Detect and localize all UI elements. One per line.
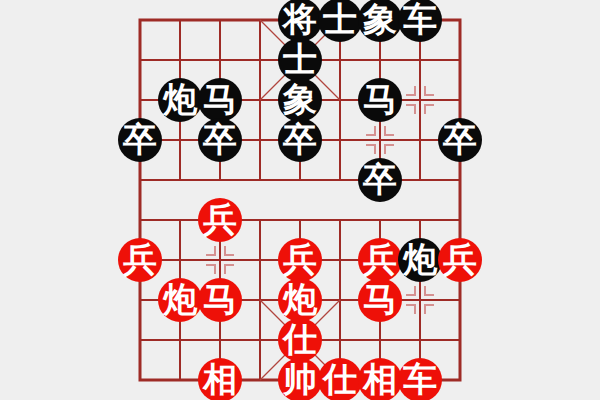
piece-black-horse[interactable]: 马: [358, 78, 402, 122]
piece-red-chariot[interactable]: 车: [398, 358, 442, 400]
piece-black-general[interactable]: 将: [278, 0, 322, 42]
piece-black-elephant[interactable]: 象: [358, 0, 402, 42]
piece-red-elephant[interactable]: 相: [358, 358, 402, 400]
piece-black-advisor[interactable]: 士: [278, 38, 322, 82]
piece-black-cannon[interactable]: 炮: [398, 238, 442, 282]
piece-black-advisor[interactable]: 士: [318, 0, 362, 42]
piece-black-horse[interactable]: 马: [198, 78, 242, 122]
piece-red-advisor[interactable]: 仕: [318, 358, 362, 400]
piece-black-elephant[interactable]: 象: [278, 78, 322, 122]
piece-red-cannon[interactable]: 炮: [278, 278, 322, 322]
piece-black-soldier[interactable]: 卒: [278, 118, 322, 162]
piece-red-soldier[interactable]: 兵: [118, 238, 162, 282]
xiangqi-app: 将士象车士炮马象马卒卒卒卒卒兵兵兵兵炮兵炮马炮马仕相帅仕相车: [0, 0, 600, 400]
piece-black-soldier[interactable]: 卒: [118, 118, 162, 162]
piece-red-soldier[interactable]: 兵: [438, 238, 482, 282]
piece-red-cannon[interactable]: 炮: [158, 278, 202, 322]
piece-red-soldier[interactable]: 兵: [278, 238, 322, 282]
piece-red-elephant[interactable]: 相: [198, 358, 242, 400]
piece-red-horse[interactable]: 马: [198, 278, 242, 322]
piece-red-horse[interactable]: 马: [358, 278, 402, 322]
piece-black-soldier[interactable]: 卒: [438, 118, 482, 162]
piece-red-general[interactable]: 帅: [278, 358, 322, 400]
piece-red-soldier[interactable]: 兵: [198, 198, 242, 242]
piece-black-soldier[interactable]: 卒: [358, 158, 402, 202]
piece-black-cannon[interactable]: 炮: [158, 78, 202, 122]
piece-red-soldier[interactable]: 兵: [358, 238, 402, 282]
xiangqi-board[interactable]: 将士象车士炮马象马卒卒卒卒卒兵兵兵兵炮兵炮马炮马仕相帅仕相车: [120, 0, 480, 400]
piece-red-advisor[interactable]: 仕: [278, 318, 322, 362]
piece-black-soldier[interactable]: 卒: [198, 118, 242, 162]
piece-black-chariot[interactable]: 车: [398, 0, 442, 42]
